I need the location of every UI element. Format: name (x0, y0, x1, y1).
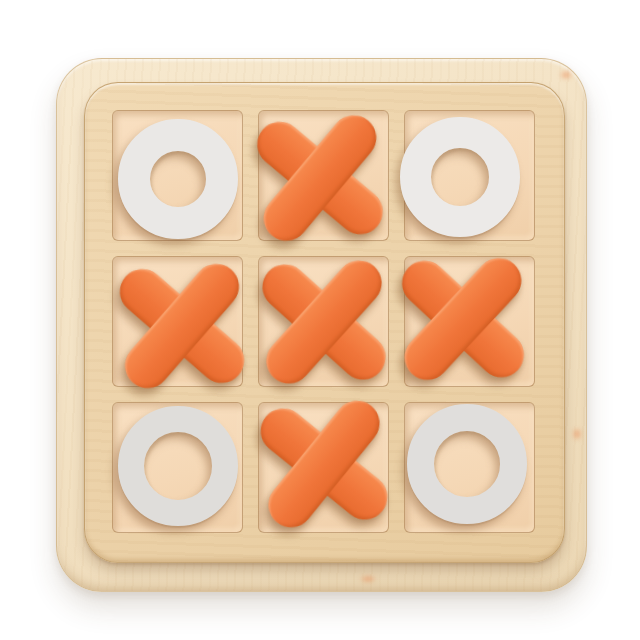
o-piece-r2c0[interactable] (118, 406, 238, 526)
product-photo (0, 0, 640, 640)
x-piece-r0c1[interactable] (238, 96, 401, 259)
board-base-plate (56, 58, 587, 592)
cell-r2c0[interactable] (112, 402, 243, 533)
paint-stain (359, 575, 377, 583)
paint-stain (559, 70, 573, 80)
cell-r0c2[interactable] (404, 110, 535, 241)
o-piece-r0c0[interactable] (118, 119, 238, 239)
o-piece-r0c2[interactable] (400, 117, 520, 237)
x-piece-r1c0[interactable] (101, 245, 261, 405)
board-frame (84, 82, 565, 563)
cell-r0c1[interactable] (258, 110, 389, 241)
paint-stain (572, 427, 582, 441)
cell-r2c1[interactable] (258, 402, 389, 533)
x-piece-r1c1[interactable] (245, 243, 403, 401)
tictactoe-grid (85, 83, 564, 562)
x-piece-r1c2[interactable] (385, 241, 540, 396)
cell-r1c2[interactable] (404, 256, 535, 387)
o-piece-r2c2[interactable] (407, 404, 527, 524)
cell-r2c2[interactable] (404, 402, 535, 533)
x-piece-r2c1[interactable] (241, 381, 406, 546)
cell-r1c0[interactable] (112, 256, 243, 387)
cell-r0c0[interactable] (112, 110, 243, 241)
cell-r1c1[interactable] (258, 256, 389, 387)
